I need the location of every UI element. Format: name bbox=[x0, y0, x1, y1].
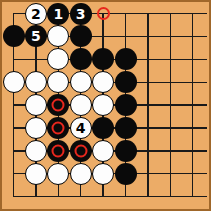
grid-vline bbox=[147, 13, 148, 198]
black-stone-c3r5 bbox=[47, 94, 69, 116]
white-stone-c2r5 bbox=[25, 94, 47, 116]
go-board[interactable]: 21354 bbox=[0, 0, 211, 211]
white-stone-c5r4 bbox=[92, 71, 114, 93]
black-stone-c6r6 bbox=[115, 117, 137, 139]
white-stone-c4r5 bbox=[70, 94, 92, 116]
black-stone-c4r3 bbox=[70, 48, 92, 70]
black-stone-c4r1: 3 bbox=[70, 3, 92, 25]
black-stone-c6r7 bbox=[115, 140, 137, 162]
black-stone-c3r7 bbox=[47, 140, 69, 162]
red-circle-marker-c3r7 bbox=[52, 144, 65, 157]
white-stone-c2r4 bbox=[25, 71, 47, 93]
white-stone-c5r5 bbox=[92, 94, 114, 116]
black-stone-c4r7 bbox=[70, 140, 92, 162]
grid-vline bbox=[192, 13, 193, 198]
move-number-label: 1 bbox=[53, 7, 63, 21]
move-number-label: 3 bbox=[76, 7, 86, 21]
white-stone-c3r8 bbox=[47, 163, 69, 185]
red-circle-marker-c3r6 bbox=[52, 122, 65, 135]
black-stone-c2r2: 5 bbox=[25, 25, 47, 47]
white-stone-c4r6: 4 bbox=[70, 117, 92, 139]
move-number-label: 2 bbox=[31, 7, 41, 21]
black-stone-c1r2 bbox=[3, 25, 25, 47]
white-stone-c1r4 bbox=[3, 71, 25, 93]
grid-vline bbox=[170, 13, 171, 198]
black-stone-c6r8 bbox=[115, 163, 137, 185]
move-number-label: 4 bbox=[76, 121, 86, 135]
white-stone-c2r8 bbox=[25, 163, 47, 185]
white-stone-c2r1: 2 bbox=[25, 3, 47, 25]
move-number-label: 5 bbox=[31, 29, 41, 43]
grid-hline bbox=[13, 196, 207, 197]
white-stone-c4r8 bbox=[70, 163, 92, 185]
black-stone-c4r2 bbox=[70, 25, 92, 47]
white-stone-c3r3 bbox=[47, 48, 69, 70]
black-stone-c3r6 bbox=[47, 117, 69, 139]
white-stone-c2r7 bbox=[25, 140, 47, 162]
white-stone-c3r4 bbox=[47, 71, 69, 93]
white-stone-c5r8 bbox=[92, 163, 114, 185]
white-stone-c5r7 bbox=[92, 140, 114, 162]
black-stone-c5r6 bbox=[92, 117, 114, 139]
black-stone-c6r4 bbox=[115, 71, 137, 93]
black-stone-c5r3 bbox=[92, 48, 114, 70]
black-stone-c6r5 bbox=[115, 94, 137, 116]
white-stone-c3r2 bbox=[47, 25, 69, 47]
black-stone-c3r1: 1 bbox=[47, 3, 69, 25]
white-stone-c2r6 bbox=[25, 117, 47, 139]
black-stone-c6r3 bbox=[115, 48, 137, 70]
red-circle-marker-c3r5 bbox=[52, 99, 65, 112]
white-stone-c4r4 bbox=[70, 71, 92, 93]
red-circle-marker-c5r1 bbox=[97, 7, 110, 20]
red-circle-marker-c4r7 bbox=[74, 144, 87, 157]
